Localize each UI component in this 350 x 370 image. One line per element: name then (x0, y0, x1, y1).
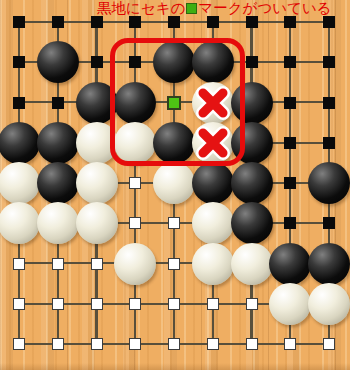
point-r8c5 (155, 284, 194, 324)
black-stone (192, 162, 234, 204)
black-territory-mark (129, 16, 141, 28)
white-stone (231, 243, 273, 285)
white-stone (153, 162, 195, 204)
point-r6c7 (232, 203, 271, 243)
point-r3c6 (193, 82, 232, 122)
white-stone (0, 162, 40, 204)
point-r9c6 (193, 324, 232, 364)
black-stone (114, 82, 156, 124)
point-r3c8 (271, 82, 310, 122)
point-r6c3 (77, 203, 116, 243)
point-r7c8 (271, 243, 310, 283)
white-territory-mark (168, 298, 180, 310)
point-r5c5 (155, 163, 194, 203)
point-r3c2 (38, 82, 77, 122)
point-r4c6 (193, 123, 232, 163)
point-r5c7 (232, 163, 271, 203)
point-r7c6 (193, 243, 232, 283)
seki-mark (167, 96, 181, 110)
white-territory-mark (52, 338, 64, 350)
white-stone (192, 202, 234, 244)
black-stone (192, 41, 234, 83)
black-territory-mark (52, 16, 64, 28)
point-r8c3 (77, 284, 116, 324)
point-r6c4 (116, 203, 155, 243)
black-stone (231, 82, 273, 124)
black-territory-mark (323, 97, 335, 109)
point-r2c9 (310, 42, 349, 82)
point-r5c8 (271, 163, 310, 203)
white-stone (308, 283, 350, 325)
white-stone (76, 162, 118, 204)
point-r6c5 (155, 203, 194, 243)
point-r5c2 (38, 163, 77, 203)
white-territory-mark (168, 258, 180, 270)
point-r6c2 (38, 203, 77, 243)
point-r8c6 (193, 284, 232, 324)
point-r1c2 (38, 2, 77, 42)
white-territory-mark (52, 298, 64, 310)
white-territory-mark (246, 338, 258, 350)
annotation-suffix: マークがついている (198, 0, 331, 16)
white-stone (37, 202, 79, 244)
white-territory-mark (91, 338, 103, 350)
annotation-prefix: 黒地にセキの (97, 0, 185, 16)
black-stone (308, 162, 350, 204)
point-r9c2 (38, 324, 77, 364)
point-r8c8 (271, 284, 310, 324)
point-r2c3 (77, 42, 116, 82)
point-r9c8 (271, 324, 310, 364)
point-r5c4 (116, 163, 155, 203)
black-territory-mark (13, 56, 25, 68)
point-r5c6 (193, 163, 232, 203)
black-territory-mark (168, 16, 180, 28)
black-territory-mark (207, 16, 219, 28)
point-r9c4 (116, 324, 155, 364)
white-territory-mark (129, 217, 141, 229)
point-r7c7 (232, 243, 271, 283)
point-r4c7 (232, 123, 271, 163)
black-stone (0, 122, 40, 164)
white-stone (192, 243, 234, 285)
black-stone (153, 41, 195, 83)
black-territory-mark (323, 217, 335, 229)
white-territory-mark (323, 338, 335, 350)
point-r4c3 (77, 123, 116, 163)
point-r2c2 (38, 42, 77, 82)
seki-legend-square-icon (186, 3, 197, 14)
point-r6c9 (310, 203, 349, 243)
black-territory-mark (246, 16, 258, 28)
black-territory-mark (91, 16, 103, 28)
point-r9c5 (155, 324, 194, 364)
white-stone (76, 202, 118, 244)
black-territory-mark (246, 56, 258, 68)
point-r6c1 (0, 203, 38, 243)
point-r7c9 (310, 243, 349, 283)
white-territory-mark (91, 258, 103, 270)
point-r4c2 (38, 123, 77, 163)
black-stone (231, 162, 273, 204)
point-r3c3 (77, 82, 116, 122)
point-r3c9 (310, 82, 349, 122)
point-r2c6 (193, 42, 232, 82)
dead-white-stone (192, 122, 234, 164)
point-r2c5 (155, 42, 194, 82)
point-r7c4 (116, 243, 155, 283)
annotation-text: 黒地にセキのマークがついている (97, 0, 332, 17)
point-r5c3 (77, 163, 116, 203)
point-r6c8 (271, 203, 310, 243)
point-r3c1 (0, 82, 38, 122)
white-territory-mark (52, 258, 64, 270)
white-territory-mark (13, 338, 25, 350)
white-territory-mark (168, 338, 180, 350)
point-r8c4 (116, 284, 155, 324)
black-stone (37, 162, 79, 204)
black-territory-mark (284, 16, 296, 28)
point-r4c1 (0, 123, 38, 163)
point-r7c2 (38, 243, 77, 283)
white-territory-mark (207, 338, 219, 350)
point-r3c7 (232, 82, 271, 122)
point-r8c9 (310, 284, 349, 324)
black-territory-mark (284, 217, 296, 229)
point-r3c4 (116, 82, 155, 122)
black-territory-mark (284, 177, 296, 189)
black-territory-mark (284, 97, 296, 109)
white-territory-mark (91, 298, 103, 310)
point-r7c1 (0, 243, 38, 283)
black-stone (269, 243, 311, 285)
black-stone (37, 41, 79, 83)
white-stone (0, 202, 40, 244)
white-stone (114, 243, 156, 285)
black-stone (76, 82, 118, 124)
point-r9c3 (77, 324, 116, 364)
point-r2c8 (271, 42, 310, 82)
black-territory-mark (13, 97, 25, 109)
point-r1c1 (0, 2, 38, 42)
white-territory-mark (284, 338, 296, 350)
white-stone (269, 283, 311, 325)
black-territory-mark (323, 137, 335, 149)
black-stone (231, 202, 273, 244)
white-territory-mark (246, 298, 258, 310)
point-r2c7 (232, 42, 271, 82)
point-r2c1 (0, 42, 38, 82)
black-territory-mark (284, 56, 296, 68)
point-r4c4 (116, 123, 155, 163)
white-stone (76, 122, 118, 164)
white-territory-mark (129, 338, 141, 350)
point-r5c9 (310, 163, 349, 203)
white-territory-mark (207, 298, 219, 310)
point-r9c9 (310, 324, 349, 364)
point-r3c5 (155, 82, 194, 122)
white-territory-mark (129, 298, 141, 310)
dead-white-stone (192, 82, 234, 124)
black-territory-mark (129, 56, 141, 68)
point-r4c9 (310, 123, 349, 163)
point-r9c1 (0, 324, 38, 364)
point-r8c7 (232, 284, 271, 324)
white-territory-mark (13, 258, 25, 270)
black-stone (37, 122, 79, 164)
black-stone (153, 122, 195, 164)
point-r6c6 (193, 203, 232, 243)
black-territory-mark (323, 16, 335, 28)
black-stone (308, 243, 350, 285)
point-r4c5 (155, 123, 194, 163)
black-territory-mark (91, 56, 103, 68)
point-r4c8 (271, 123, 310, 163)
go-board-diagram: 黒地にセキのマークがついている (0, 0, 350, 370)
point-r8c2 (38, 284, 77, 324)
white-stone (114, 122, 156, 164)
point-r9c7 (232, 324, 271, 364)
black-territory-mark (13, 16, 25, 28)
black-stone (231, 122, 273, 164)
white-territory-mark (13, 298, 25, 310)
black-territory-mark (52, 97, 64, 109)
black-territory-mark (323, 56, 335, 68)
point-r5c1 (0, 163, 38, 203)
board (0, 2, 348, 364)
black-territory-mark (284, 137, 296, 149)
point-r7c3 (77, 243, 116, 283)
point-r2c4 (116, 42, 155, 82)
white-territory-mark (129, 177, 141, 189)
white-territory-mark (168, 217, 180, 229)
point-r7c5 (155, 243, 194, 283)
point-r8c1 (0, 284, 38, 324)
